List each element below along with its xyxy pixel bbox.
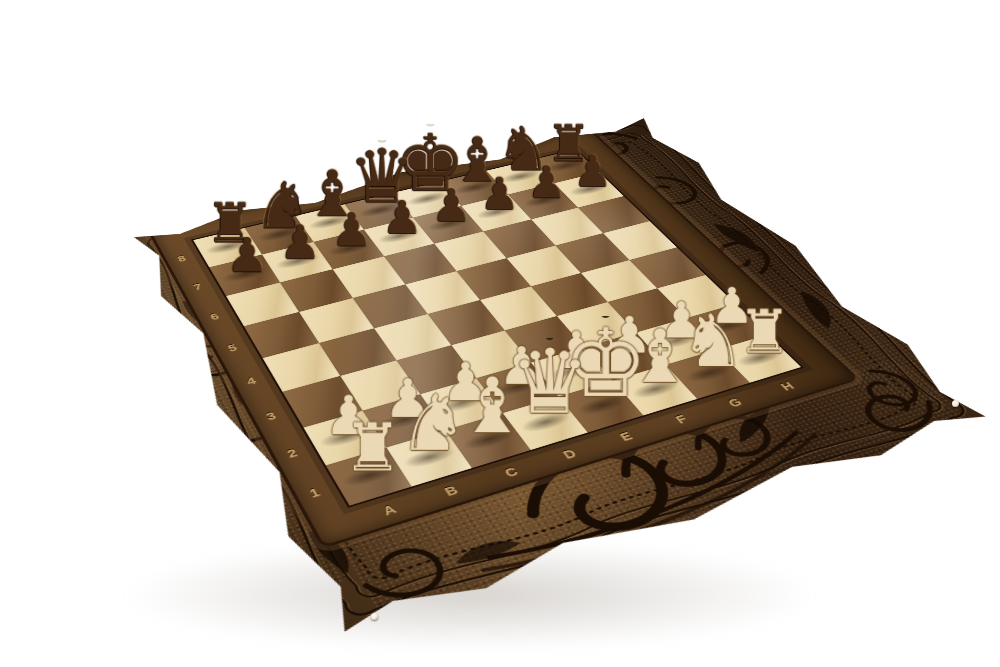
pawn-glyph: ♟ xyxy=(226,231,268,278)
latch-pin-right xyxy=(952,400,959,407)
photo-scene: ABCDEFGH87654321 ♜♞♝♛♚♝♞♜♟♟♟♟♟♟♟♟♟♟♟♟♟♟♟… xyxy=(0,0,1000,667)
finial xyxy=(426,118,433,125)
finial xyxy=(600,309,609,318)
rook-glyph: ♜ xyxy=(342,414,401,480)
piece-white-rook-a1[interactable]: ♜ xyxy=(316,414,428,480)
finial xyxy=(544,331,553,340)
finial xyxy=(378,134,385,141)
piece-dark-pawn-a7[interactable]: ♟ xyxy=(200,231,294,278)
latch-pin-bottom xyxy=(371,613,378,620)
